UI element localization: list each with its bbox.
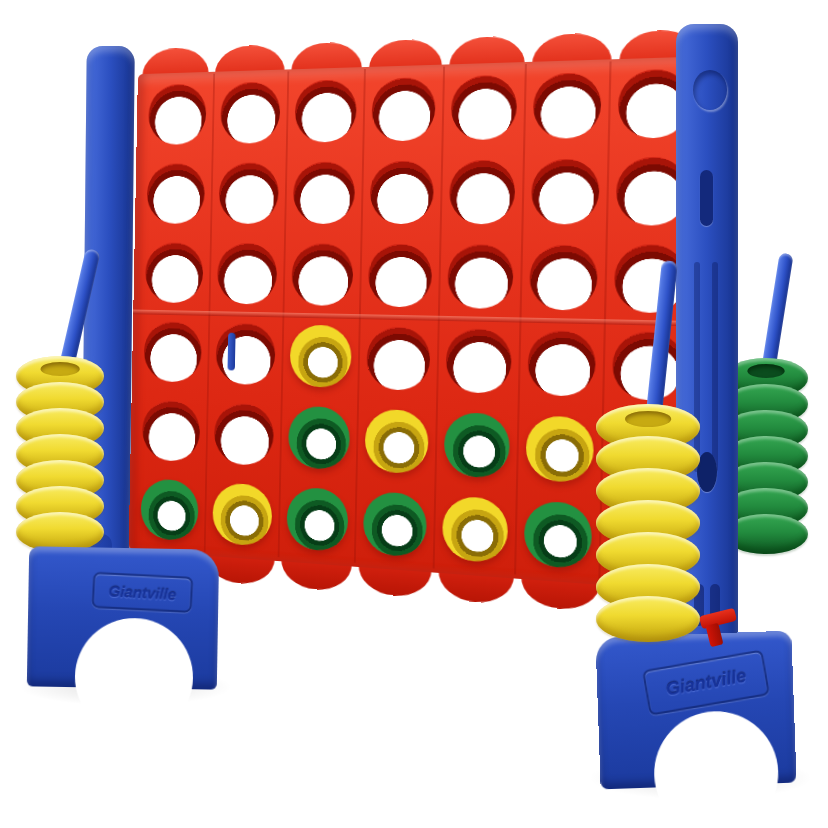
board-cell-c6-r5 [518, 405, 604, 495]
yellow-disc [212, 482, 272, 548]
yellow-disc [290, 324, 352, 389]
empty-hole [215, 322, 275, 386]
red-latch-stem [706, 623, 724, 647]
empty-hole [527, 329, 596, 397]
board-cell-c5-r2 [442, 149, 526, 234]
board-cell-c5-r6 [435, 485, 518, 574]
empty-hole [445, 328, 512, 395]
board-cell-c2-r6 [206, 472, 282, 557]
board-cell-c2-r1 [214, 71, 290, 153]
empty-hole [142, 399, 200, 463]
board-cell-c6-r3 [522, 234, 608, 321]
green-disc [363, 490, 427, 558]
board-cell-c6-r2 [523, 148, 609, 235]
yellow-disc [364, 408, 428, 475]
left-base-leg: Giantville [27, 546, 219, 689]
board-cell-c1-r4 [137, 312, 210, 393]
board-cell-c4-r2 [363, 150, 444, 234]
empty-hole [449, 159, 516, 225]
empty-hole [533, 72, 602, 140]
brand-plaque-left: Giantville [92, 572, 194, 613]
board-cell-c5-r5 [436, 401, 519, 489]
board-cell-c5-r4 [438, 318, 521, 405]
empty-hole [214, 402, 274, 467]
empty-hole [147, 163, 206, 224]
empty-hole [531, 158, 600, 225]
post-slot [700, 170, 713, 226]
empty-hole [148, 83, 207, 145]
board-cell-c6-r6 [516, 490, 602, 581]
board-cell-c2-r3 [210, 233, 286, 314]
empty-hole [220, 81, 281, 144]
post-oval-hole [697, 452, 717, 492]
empty-hole [529, 244, 598, 311]
brand-text-right: Giantville [664, 665, 747, 700]
brand-plaque-right: Giantville [642, 649, 770, 715]
board-cell-c4-r4 [359, 316, 440, 401]
board-cell-c5-r1 [443, 64, 527, 150]
yellow-disc [525, 415, 594, 484]
board-cell-c1-r6 [134, 468, 207, 552]
green-disc [288, 405, 350, 471]
board-cell-c1-r5 [136, 390, 209, 472]
empty-hole [294, 79, 356, 143]
board-cell-c3-r4 [283, 315, 361, 399]
board-cell-c4-r5 [357, 398, 438, 485]
board-cell-c2-r4 [209, 313, 285, 396]
right-yellow-disc-stack [596, 418, 700, 642]
board-cell-c3-r1 [288, 69, 366, 152]
board-cell-c2-r2 [212, 152, 288, 233]
board-cell-c1-r3 [139, 233, 212, 313]
yellow-disc [442, 495, 509, 564]
board-cell-c3-r3 [284, 234, 362, 317]
board-cell-c4-r6 [356, 481, 437, 569]
empty-hole [219, 162, 279, 224]
empty-hole [293, 161, 355, 224]
post-circle-emboss [693, 70, 727, 110]
empty-hole [371, 76, 436, 141]
board-cell-c1-r2 [140, 154, 213, 234]
board-cell-c6-r4 [520, 320, 606, 408]
brand-text-left: Giantville [108, 582, 176, 603]
empty-hole [217, 242, 277, 305]
board-cell-c3-r5 [281, 396, 359, 481]
board-cell-c3-r2 [286, 151, 364, 233]
board-cell-c2-r5 [207, 393, 283, 477]
empty-hole [366, 326, 430, 392]
empty-hole [368, 243, 432, 308]
yellow-stack-disc [596, 596, 700, 642]
board-cell-c1-r1 [142, 74, 215, 155]
right-base-leg: Giantville [595, 631, 796, 790]
empty-hole [143, 321, 202, 384]
left-yellow-disc-stack [16, 370, 104, 552]
empty-hole [370, 160, 435, 224]
empty-hole [291, 243, 353, 307]
board-cell-c5-r3 [440, 234, 523, 319]
green-disc [140, 478, 198, 542]
green-disc [444, 411, 511, 479]
board-cell-c3-r6 [279, 476, 357, 562]
green-disc [286, 486, 348, 553]
board-cell-c4-r1 [364, 67, 445, 152]
empty-hole [451, 74, 518, 141]
board-cell-c6-r1 [525, 61, 611, 149]
post-groove [712, 262, 718, 472]
green-disc [524, 500, 593, 570]
red-latch [698, 606, 742, 650]
empty-hole [145, 242, 204, 304]
board-cell-c4-r3 [361, 234, 442, 318]
product-photo-stage: Giantville Giantville [0, 0, 828, 828]
frame-visible-through-hole [227, 332, 235, 370]
empty-hole [447, 244, 514, 310]
